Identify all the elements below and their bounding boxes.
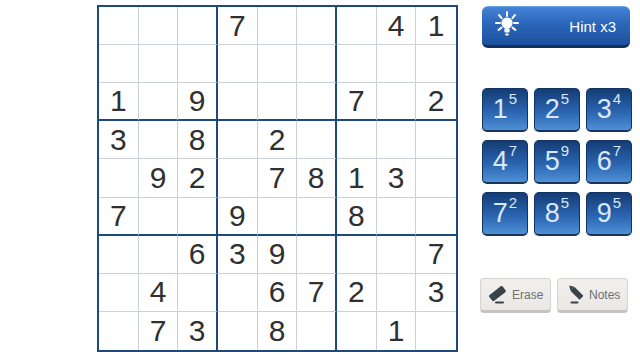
numkey-remaining-count: 5	[613, 195, 621, 210]
cell-r1c1[interactable]	[99, 7, 139, 45]
cell-r2c6[interactable]	[297, 45, 337, 83]
cell-r9c4[interactable]	[218, 312, 258, 350]
cell-r5c3[interactable]: 2	[178, 159, 218, 197]
cell-r5c2[interactable]: 9	[139, 159, 179, 197]
numkey-8[interactable]: 85	[534, 192, 580, 236]
cell-r6c6[interactable]	[297, 198, 337, 236]
numkey-1[interactable]: 15	[482, 88, 528, 132]
cell-r9c1[interactable]	[99, 312, 139, 350]
cell-r3c9[interactable]: 2	[416, 83, 456, 121]
notes-label: Notes	[589, 288, 620, 302]
numpad: 152534475967728595	[482, 88, 632, 236]
cell-r6c8[interactable]	[377, 198, 417, 236]
cell-r7c6[interactable]	[297, 236, 337, 274]
cell-r8c1[interactable]	[99, 274, 139, 312]
numkey-digit: 8	[545, 200, 560, 227]
cell-r6c9[interactable]	[416, 198, 456, 236]
cell-r2c8[interactable]	[377, 45, 417, 83]
hint-button[interactable]: Hint x3	[482, 6, 630, 48]
cell-r1c5[interactable]	[258, 7, 298, 45]
numkey-digit: 9	[597, 200, 612, 227]
numkey-remaining-count: 9	[561, 143, 569, 158]
cell-r9c5[interactable]: 8	[258, 312, 298, 350]
hint-label: Hint x3	[569, 18, 616, 35]
cell-r4c6[interactable]	[297, 121, 337, 159]
erase-button[interactable]: Erase	[480, 278, 551, 313]
numkey-3[interactable]: 34	[586, 88, 632, 132]
cell-r5c4[interactable]	[218, 159, 258, 197]
cell-r4c3[interactable]: 8	[178, 121, 218, 159]
cell-r8c7[interactable]: 2	[337, 274, 377, 312]
cell-r7c4[interactable]: 3	[218, 236, 258, 274]
numkey-digit: 6	[597, 148, 612, 175]
numkey-4[interactable]: 47	[482, 140, 528, 184]
eraser-icon	[486, 284, 512, 306]
cell-r7c3[interactable]: 6	[178, 236, 218, 274]
numkey-remaining-count: 2	[509, 195, 517, 210]
cell-r2c4[interactable]	[218, 45, 258, 83]
cell-r7c2[interactable]	[139, 236, 179, 274]
numkey-7[interactable]: 72	[482, 192, 528, 236]
cell-r3c4[interactable]	[218, 83, 258, 121]
numkey-remaining-count: 5	[509, 91, 517, 106]
cell-r2c1[interactable]	[99, 45, 139, 83]
cell-r3c5[interactable]	[258, 83, 298, 121]
cell-r8c9[interactable]: 3	[416, 274, 456, 312]
cell-r4c8[interactable]	[377, 121, 417, 159]
cell-r8c6[interactable]: 7	[297, 274, 337, 312]
cell-r1c9[interactable]: 1	[416, 7, 456, 45]
lightbulb-icon	[493, 9, 521, 44]
cell-r3c2[interactable]	[139, 83, 179, 121]
cell-r6c1[interactable]: 7	[99, 198, 139, 236]
numkey-remaining-count: 7	[509, 143, 517, 158]
cell-r9c7[interactable]	[337, 312, 377, 350]
cell-r4c4[interactable]	[218, 121, 258, 159]
cell-r3c7[interactable]: 7	[337, 83, 377, 121]
cell-r9c2[interactable]: 7	[139, 312, 179, 350]
numkey-digit: 7	[493, 200, 508, 227]
cell-r2c5[interactable]	[258, 45, 298, 83]
cell-r8c5[interactable]: 6	[258, 274, 298, 312]
cell-r4c9[interactable]	[416, 121, 456, 159]
cell-r2c3[interactable]	[178, 45, 218, 83]
cell-r3c3[interactable]: 9	[178, 83, 218, 121]
numkey-remaining-count: 7	[613, 143, 621, 158]
erase-label: Erase	[512, 288, 543, 302]
cell-r6c5[interactable]	[258, 198, 298, 236]
cell-r1c7[interactable]	[337, 7, 377, 45]
cell-r5c9[interactable]	[416, 159, 456, 197]
numkey-remaining-count: 4	[613, 91, 621, 106]
numkey-digit: 3	[597, 96, 612, 123]
cell-r7c5[interactable]: 9	[258, 236, 298, 274]
cell-r1c2[interactable]	[139, 7, 179, 45]
numkey-6[interactable]: 67	[586, 140, 632, 184]
cell-r6c3[interactable]	[178, 198, 218, 236]
cell-r5c1[interactable]	[99, 159, 139, 197]
numkey-9[interactable]: 95	[586, 192, 632, 236]
cell-r3c1[interactable]: 1	[99, 83, 139, 121]
cell-r2c2[interactable]	[139, 45, 179, 83]
cell-r8c4[interactable]	[218, 274, 258, 312]
pencil-icon	[563, 284, 589, 306]
cell-r4c7[interactable]	[337, 121, 377, 159]
cell-r6c7[interactable]: 8	[337, 198, 377, 236]
numkey-2[interactable]: 25	[534, 88, 580, 132]
cell-r3c8[interactable]	[377, 83, 417, 121]
cell-r9c6[interactable]	[297, 312, 337, 350]
numkey-5[interactable]: 59	[534, 140, 580, 184]
numkey-digit: 1	[493, 96, 508, 123]
cell-r8c2[interactable]: 4	[139, 274, 179, 312]
sudoku-board: 74119723829278137986397467237381	[97, 5, 458, 352]
cell-r4c5[interactable]: 2	[258, 121, 298, 159]
cell-r4c2[interactable]	[139, 121, 179, 159]
cell-r8c3[interactable]	[178, 274, 218, 312]
cell-r7c9[interactable]: 7	[416, 236, 456, 274]
cell-r1c4[interactable]: 7	[218, 7, 258, 45]
cell-r1c6[interactable]	[297, 7, 337, 45]
cell-r1c8[interactable]: 4	[377, 7, 417, 45]
cell-r5c8[interactable]: 3	[377, 159, 417, 197]
numkey-digit: 2	[545, 96, 560, 123]
cell-r3c6[interactable]	[297, 83, 337, 121]
cell-r9c9[interactable]	[416, 312, 456, 350]
numkey-digit: 5	[545, 148, 560, 175]
numkey-digit: 4	[493, 148, 508, 175]
cell-r5c5[interactable]: 7	[258, 159, 298, 197]
cell-r2c9[interactable]	[416, 45, 456, 83]
cell-r9c3[interactable]: 3	[178, 312, 218, 350]
cell-r7c8[interactable]	[377, 236, 417, 274]
numkey-remaining-count: 5	[561, 195, 569, 210]
notes-button[interactable]: Notes	[557, 278, 628, 313]
cell-r2c7[interactable]	[337, 45, 377, 83]
cell-r9c8[interactable]: 1	[377, 312, 417, 350]
cell-r8c8[interactable]	[377, 274, 417, 312]
cell-r1c3[interactable]	[178, 7, 218, 45]
cell-r5c7[interactable]: 1	[337, 159, 377, 197]
cell-r4c1[interactable]: 3	[99, 121, 139, 159]
numkey-remaining-count: 5	[561, 91, 569, 106]
cell-r6c4[interactable]: 9	[218, 198, 258, 236]
cell-r7c1[interactable]	[99, 236, 139, 274]
cell-r6c2[interactable]	[139, 198, 179, 236]
cell-r7c7[interactable]	[337, 236, 377, 274]
cell-r5c6[interactable]: 8	[297, 159, 337, 197]
